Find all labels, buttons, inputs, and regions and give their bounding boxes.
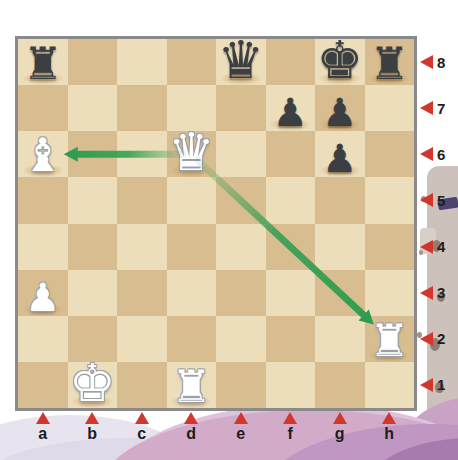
- white-rook-h2[interactable]: ♜: [365, 318, 415, 363]
- square-b4[interactable]: [68, 224, 118, 270]
- rank-marker-triangle: [420, 378, 433, 392]
- square-d1[interactable]: ♜: [167, 362, 217, 408]
- square-b3[interactable]: [68, 270, 118, 316]
- square-h7[interactable]: [365, 85, 415, 131]
- file-letter: g: [335, 425, 345, 443]
- square-d3[interactable]: [167, 270, 217, 316]
- square-g3[interactable]: [315, 270, 365, 316]
- square-b5[interactable]: [68, 177, 118, 223]
- file-marker-triangle: [333, 412, 347, 424]
- square-c4[interactable]: [117, 224, 167, 270]
- rank-label-6: 6: [417, 146, 458, 163]
- square-f8[interactable]: [266, 39, 316, 85]
- rank-marker-triangle: [420, 101, 433, 115]
- square-c3[interactable]: [117, 270, 167, 316]
- square-b1[interactable]: ♚: [68, 362, 118, 408]
- rank-label-3: 3: [417, 284, 458, 301]
- square-c1[interactable]: [117, 362, 167, 408]
- black-pawn-g6[interactable]: ♟: [315, 139, 365, 178]
- file-marker-triangle: [36, 412, 50, 424]
- file-marker-triangle: [283, 412, 297, 424]
- file-label-h: h: [365, 412, 415, 452]
- file-label-c: c: [117, 412, 167, 452]
- file-letter: d: [186, 425, 196, 443]
- rank-number: 4: [437, 238, 445, 255]
- rank-label-1: 1: [417, 376, 458, 393]
- black-rook-a8[interactable]: ♜: [18, 41, 68, 86]
- square-a4[interactable]: [18, 224, 68, 270]
- square-d6[interactable]: ♛: [167, 131, 217, 177]
- square-e5[interactable]: [216, 177, 266, 223]
- square-a3[interactable]: ♟: [18, 270, 68, 316]
- square-d4[interactable]: [167, 224, 217, 270]
- square-d2[interactable]: [167, 316, 217, 362]
- file-label-f: f: [266, 412, 316, 452]
- rank-marker-triangle: [420, 332, 433, 346]
- chess-board: ♜♛♚♜♟♟♝♛♟♟♜♚♜: [15, 36, 417, 411]
- square-f2[interactable]: [266, 316, 316, 362]
- file-marker-triangle: [234, 412, 248, 424]
- rank-number: 8: [437, 54, 445, 71]
- square-h1[interactable]: [365, 362, 415, 408]
- square-b7[interactable]: [68, 85, 118, 131]
- square-g4[interactable]: [315, 224, 365, 270]
- square-e4[interactable]: [216, 224, 266, 270]
- rank-label-7: 7: [417, 100, 458, 117]
- black-queen-e8[interactable]: ♛: [216, 34, 266, 86]
- white-queen-d6[interactable]: ♛: [167, 126, 217, 178]
- file-letter: c: [137, 425, 146, 443]
- square-e7[interactable]: [216, 85, 266, 131]
- square-g8[interactable]: ♚: [315, 39, 365, 85]
- rank-label-5: 5: [417, 192, 458, 209]
- file-marker-triangle: [382, 412, 396, 424]
- square-h6[interactable]: [365, 131, 415, 177]
- rank-number: 1: [437, 376, 445, 393]
- black-pawn-f7[interactable]: ♟: [266, 93, 316, 132]
- square-e2[interactable]: [216, 316, 266, 362]
- file-label-g: g: [315, 412, 365, 452]
- file-letter: e: [236, 425, 245, 443]
- white-king-b1[interactable]: ♚: [68, 357, 118, 409]
- square-a7[interactable]: [18, 85, 68, 131]
- file-marker-triangle: [184, 412, 198, 424]
- square-h4[interactable]: [365, 224, 415, 270]
- square-c6[interactable]: [117, 131, 167, 177]
- square-f5[interactable]: [266, 177, 316, 223]
- square-h8[interactable]: ♜: [365, 39, 415, 85]
- rank-number: 2: [437, 330, 445, 347]
- black-rook-h8[interactable]: ♜: [365, 41, 415, 86]
- square-e3[interactable]: [216, 270, 266, 316]
- square-g2[interactable]: [315, 316, 365, 362]
- square-g1[interactable]: [315, 362, 365, 408]
- square-e1[interactable]: [216, 362, 266, 408]
- square-f1[interactable]: [266, 362, 316, 408]
- white-pawn-a3[interactable]: ♟: [18, 278, 68, 317]
- square-c7[interactable]: [117, 85, 167, 131]
- square-f7[interactable]: ♟: [266, 85, 316, 131]
- square-g6[interactable]: ♟: [315, 131, 365, 177]
- square-d5[interactable]: [167, 177, 217, 223]
- square-a1[interactable]: [18, 362, 68, 408]
- square-e8[interactable]: ♛: [216, 39, 266, 85]
- square-c5[interactable]: [117, 177, 167, 223]
- square-g7[interactable]: ♟: [315, 85, 365, 131]
- square-b8[interactable]: [68, 39, 118, 85]
- square-h5[interactable]: [365, 177, 415, 223]
- square-h2[interactable]: ♜: [365, 316, 415, 362]
- rank-marker-triangle: [420, 240, 433, 254]
- rank-number: 3: [437, 284, 445, 301]
- square-b6[interactable]: [68, 131, 118, 177]
- rank-label-8: 8: [417, 54, 458, 71]
- file-letter: h: [384, 425, 394, 443]
- rank-marker-triangle: [420, 147, 433, 161]
- file-letter: f: [288, 425, 293, 443]
- rank-label-2: 2: [417, 330, 458, 347]
- square-c8[interactable]: [117, 39, 167, 85]
- file-letter: b: [87, 425, 97, 443]
- square-f4[interactable]: [266, 224, 316, 270]
- file-labels: abcdefgh: [18, 412, 414, 452]
- rank-number: 5: [437, 192, 445, 209]
- file-label-d: d: [167, 412, 217, 452]
- square-f6[interactable]: [266, 131, 316, 177]
- black-pawn-g7[interactable]: ♟: [315, 93, 365, 132]
- file-label-a: a: [18, 412, 68, 452]
- rank-marker-triangle: [420, 55, 433, 69]
- rank-marker-triangle: [420, 193, 433, 207]
- rank-label-4: 4: [417, 238, 458, 255]
- square-e6[interactable]: [216, 131, 266, 177]
- square-a2[interactable]: [18, 316, 68, 362]
- rank-labels: 87654321: [417, 39, 458, 408]
- file-marker-triangle: [135, 412, 149, 424]
- rank-number: 7: [437, 100, 445, 117]
- file-label-e: e: [216, 412, 266, 452]
- white-rook-d1[interactable]: ♜: [167, 364, 217, 409]
- rank-number: 6: [437, 146, 445, 163]
- square-f3[interactable]: [266, 270, 316, 316]
- rank-marker-triangle: [420, 286, 433, 300]
- square-c2[interactable]: [117, 316, 167, 362]
- file-marker-triangle: [85, 412, 99, 424]
- square-d8[interactable]: [167, 39, 217, 85]
- file-label-b: b: [68, 412, 118, 452]
- board-squares: ♜♛♚♜♟♟♝♛♟♟♜♚♜: [18, 39, 414, 408]
- black-king-g8[interactable]: ♚: [315, 34, 365, 86]
- square-a6[interactable]: ♝: [18, 131, 68, 177]
- file-letter: a: [38, 425, 47, 443]
- square-g5[interactable]: [315, 177, 365, 223]
- square-a8[interactable]: ♜: [18, 39, 68, 85]
- square-h3[interactable]: [365, 270, 415, 316]
- chess-lesson-diagram: ♜♛♚♜♟♟♝♛♟♟♜♚♜ 87654321 abcdefgh: [0, 0, 458, 460]
- white-bishop-a6[interactable]: ♝: [18, 132, 68, 178]
- square-a5[interactable]: [18, 177, 68, 223]
